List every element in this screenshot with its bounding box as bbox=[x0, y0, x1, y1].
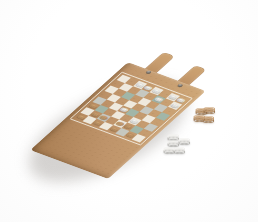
offboard-white-pieces: ⛂⛂⛂⛂⛂ bbox=[160, 127, 200, 159]
white-checker-piece[interactable]: ⛂ bbox=[173, 145, 186, 154]
offboard-tan-pieces: ⛂⛂⛂⛂ bbox=[188, 95, 228, 127]
product-photo-scene: ⛂⛂⛂⛂⛂⛂⛂⛂⛂⛂⛂⛂⛂⛂⛂⛂⛂⛂ ⛂⛂⛂⛂ ⛂⛂⛂⛂⛂ bbox=[0, 0, 258, 222]
tan-checker-piece[interactable]: ⛂ bbox=[202, 114, 215, 123]
